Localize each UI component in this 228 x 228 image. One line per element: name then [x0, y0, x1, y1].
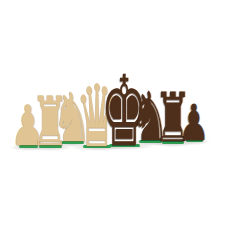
chess-pieces-photo: ♟♜♞♛♚♞♜♟: [0, 0, 228, 228]
dark-pawn-piece: ♟: [177, 98, 212, 148]
